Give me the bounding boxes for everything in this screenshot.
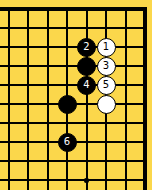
stone-r15-move-5[interactable]: 5	[97, 76, 116, 95]
board-right-edge-line	[143, 7, 147, 190]
go-board[interactable]: 123456	[0, 0, 152, 190]
go-diagram: 123456	[0, 0, 152, 190]
grid-vline	[47, 7, 49, 190]
grid-vline	[86, 7, 88, 190]
stone-p12-move-6[interactable]: 6	[58, 133, 77, 152]
stone-r17-move-1[interactable]: 1	[97, 38, 116, 57]
stone-r14[interactable]	[97, 95, 116, 114]
stone-label: 4	[83, 80, 89, 90]
grid-vline	[8, 7, 10, 190]
grid-vline	[125, 7, 127, 190]
stone-q15-move-4[interactable]: 4	[77, 76, 96, 95]
stone-r16-move-3[interactable]: 3	[97, 57, 116, 76]
stone-label: 2	[83, 42, 89, 52]
stone-q16[interactable]	[77, 57, 96, 76]
grid-vline	[27, 7, 29, 190]
stone-label: 6	[64, 137, 70, 147]
stone-label: 1	[103, 42, 109, 52]
stone-p14[interactable]	[58, 95, 77, 114]
stone-label: 5	[103, 80, 109, 90]
star-point-q10	[84, 178, 89, 183]
stone-q17-move-2[interactable]: 2	[77, 38, 96, 57]
stone-label: 3	[103, 61, 109, 71]
